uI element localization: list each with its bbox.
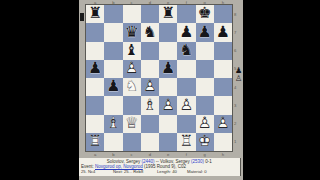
square-d6 bbox=[141, 42, 159, 60]
material-balance: Material: 0 bbox=[187, 169, 207, 174]
black-pawn-piece: ♟ bbox=[196, 23, 214, 41]
stats-line: 25. Nc4 Next: 25... Reb8 Length: 40 Mate… bbox=[79, 169, 240, 174]
square-f3: ♟♙ bbox=[177, 96, 195, 114]
square-c1 bbox=[123, 133, 141, 151]
square-a6 bbox=[86, 42, 104, 60]
chess-board: ♜♜♚♛♞♟♟♟♝♞♟♟♙♟♟♞♘♟♙♝♗♟♙♟♙♝♗♛♕♟♙♟♙♜♖♜♖♚♔ bbox=[86, 5, 232, 151]
black-pawn-piece: ♟ bbox=[159, 60, 177, 78]
rank-label-8: 8 bbox=[234, 5, 240, 23]
file-label-f: f bbox=[177, 152, 195, 157]
square-f2 bbox=[177, 115, 195, 133]
square-f6: ♞ bbox=[177, 42, 195, 60]
square-d3: ♝♗ bbox=[141, 96, 159, 114]
caption-panel: Soloviov, Sergey (2440) -- Volkov, Serge… bbox=[79, 158, 241, 176]
square-h2: ♟♙ bbox=[214, 115, 232, 133]
file-label-e: e bbox=[159, 152, 177, 157]
square-d5 bbox=[141, 60, 159, 78]
square-f5 bbox=[177, 60, 195, 78]
rank-label-2: 2 bbox=[234, 115, 240, 133]
rank-label-1: 1 bbox=[234, 133, 240, 151]
file-label-b: b bbox=[104, 152, 122, 157]
black-pawn-piece: ♟ bbox=[177, 23, 195, 41]
white-bishop-piece: ♝ bbox=[141, 96, 159, 114]
square-a2 bbox=[86, 115, 104, 133]
game-length: Length: 40 bbox=[157, 169, 187, 174]
game-result: 0-1 bbox=[205, 159, 212, 164]
square-c2: ♛♕ bbox=[123, 115, 141, 133]
rank-label-3: 3 bbox=[234, 96, 240, 114]
square-g3 bbox=[196, 96, 214, 114]
file-labels-bottom: abcdefgh bbox=[86, 152, 232, 157]
black-bishop-piece: ♝ bbox=[123, 42, 141, 60]
square-a3 bbox=[86, 96, 104, 114]
white-pawn-piece: ♟ bbox=[141, 78, 159, 96]
black-king-piece: ♚ bbox=[196, 5, 214, 23]
file-label-g: g bbox=[196, 152, 214, 157]
square-c5: ♟♙ bbox=[123, 60, 141, 78]
square-e8: ♜ bbox=[159, 5, 177, 23]
square-c4: ♞♘ bbox=[123, 78, 141, 96]
right-black-bar bbox=[243, 0, 320, 180]
white-pawn-piece: ♟ bbox=[123, 60, 141, 78]
black-knight-piece: ♞ bbox=[177, 42, 195, 60]
square-d4: ♟♙ bbox=[141, 78, 159, 96]
square-e4 bbox=[159, 78, 177, 96]
square-g8: ♚ bbox=[196, 5, 214, 23]
black-rook-piece: ♜ bbox=[159, 5, 177, 23]
square-g2: ♟♙ bbox=[196, 115, 214, 133]
square-g1: ♚♔ bbox=[196, 133, 214, 151]
square-f1: ♜♖ bbox=[177, 133, 195, 151]
file-label-d: d bbox=[141, 152, 159, 157]
square-b1 bbox=[104, 133, 122, 151]
square-h5 bbox=[214, 60, 232, 78]
square-b6 bbox=[104, 42, 122, 60]
captured-white-pawn-icon: ♙♟ bbox=[235, 75, 242, 83]
square-g7: ♟ bbox=[196, 23, 214, 41]
square-g4 bbox=[196, 78, 214, 96]
square-e6 bbox=[159, 42, 177, 60]
square-f7: ♟ bbox=[177, 23, 195, 41]
square-h1 bbox=[214, 133, 232, 151]
white-pawn-piece: ♟ bbox=[214, 115, 232, 133]
square-h6 bbox=[214, 42, 232, 60]
square-e7 bbox=[159, 23, 177, 41]
square-a8: ♜ bbox=[86, 5, 104, 23]
rank-label-7: 7 bbox=[234, 23, 240, 41]
white-rook-piece: ♜ bbox=[177, 133, 195, 151]
square-d2 bbox=[141, 115, 159, 133]
file-label-h: h bbox=[214, 152, 232, 157]
black-rook-piece: ♜ bbox=[86, 5, 104, 23]
black-pawn-piece: ♟ bbox=[214, 23, 232, 41]
square-e1 bbox=[159, 133, 177, 151]
square-b2: ♝♗ bbox=[104, 115, 122, 133]
square-d1 bbox=[141, 133, 159, 151]
square-a4 bbox=[86, 78, 104, 96]
square-d8 bbox=[141, 5, 159, 23]
square-b5 bbox=[104, 60, 122, 78]
square-h8 bbox=[214, 5, 232, 23]
current-move: 25. Nc4 bbox=[81, 169, 113, 174]
white-queen-piece: ♛ bbox=[123, 115, 141, 133]
square-f8 bbox=[177, 5, 195, 23]
white-knight-piece: ♞ bbox=[123, 78, 141, 96]
square-a7 bbox=[86, 23, 104, 41]
white-king-piece: ♚ bbox=[196, 133, 214, 151]
square-h4 bbox=[214, 78, 232, 96]
square-e2 bbox=[159, 115, 177, 133]
square-c8 bbox=[123, 5, 141, 23]
black-queen-piece: ♛ bbox=[123, 23, 141, 41]
square-e3: ♟♙ bbox=[159, 96, 177, 114]
next-move: Next: 25... Reb8 bbox=[113, 169, 157, 174]
square-h7: ♟ bbox=[214, 23, 232, 41]
white-pawn-piece: ♟ bbox=[159, 96, 177, 114]
square-b8 bbox=[104, 5, 122, 23]
white-pawn-piece: ♟ bbox=[196, 115, 214, 133]
square-a5: ♟ bbox=[86, 60, 104, 78]
black-pawn-piece: ♟ bbox=[104, 78, 122, 96]
square-d7: ♞ bbox=[141, 23, 159, 41]
rank-label-6: 6 bbox=[234, 42, 240, 60]
square-c3 bbox=[123, 96, 141, 114]
black-to-move-indicator bbox=[80, 13, 84, 21]
black-pawn-piece: ♟ bbox=[86, 60, 104, 78]
left-black-bar bbox=[0, 0, 79, 180]
square-b7 bbox=[104, 23, 122, 41]
file-label-a: a bbox=[86, 152, 104, 157]
square-b3 bbox=[104, 96, 122, 114]
black-knight-piece: ♞ bbox=[141, 23, 159, 41]
video-frame: abcdefgh ♜♜♚♛♞♟♟♟♝♞♟♟♙♟♟♞♘♟♙♝♗♟♙♟♙♝♗♛♕♟♙… bbox=[0, 0, 320, 180]
captured-pieces-tray: ♟ ♙♟ bbox=[234, 67, 243, 83]
board-panel: abcdefgh ♜♜♚♛♞♟♟♟♝♞♟♟♙♟♟♞♘♟♙♝♗♟♙♟♙♝♗♛♕♟♙… bbox=[79, 0, 243, 180]
white-rook-piece: ♜ bbox=[86, 133, 104, 151]
square-f4 bbox=[177, 78, 195, 96]
black-player-elo: (2530) bbox=[191, 159, 204, 164]
white-pawn-piece: ♟ bbox=[177, 96, 195, 114]
square-b4: ♟ bbox=[104, 78, 122, 96]
file-label-c: c bbox=[123, 152, 141, 157]
square-c7: ♛ bbox=[123, 23, 141, 41]
square-g5 bbox=[196, 60, 214, 78]
square-e5: ♟ bbox=[159, 60, 177, 78]
white-bishop-piece: ♝ bbox=[104, 115, 122, 133]
square-h3 bbox=[214, 96, 232, 114]
square-a1: ♜♖ bbox=[86, 133, 104, 151]
square-g6 bbox=[196, 42, 214, 60]
square-c6: ♝ bbox=[123, 42, 141, 60]
